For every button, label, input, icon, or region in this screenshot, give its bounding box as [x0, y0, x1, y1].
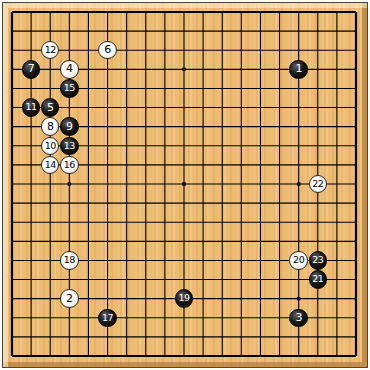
stone-white-20[interactable]: 20: [289, 251, 307, 269]
move-number: 3: [295, 312, 302, 324]
stone-black-11[interactable]: 11: [22, 98, 40, 116]
stone-black-23[interactable]: 23: [309, 251, 327, 269]
stone-black-1[interactable]: 1: [289, 60, 307, 78]
move-number: 16: [64, 160, 75, 171]
stone-black-17[interactable]: 17: [98, 309, 116, 327]
move-number: 23: [312, 255, 323, 266]
stone-white-18[interactable]: 18: [60, 251, 78, 269]
star-point: [68, 182, 71, 185]
stone-black-15[interactable]: 15: [60, 79, 78, 97]
move-number: 22: [312, 179, 323, 190]
move-number: 17: [102, 313, 113, 324]
move-number: 20: [293, 255, 304, 266]
move-number: 10: [45, 141, 56, 152]
move-number: 6: [104, 44, 111, 56]
stone-black-13[interactable]: 13: [60, 137, 78, 155]
move-number: 1: [295, 63, 302, 75]
star-point: [297, 182, 300, 185]
stone-black-5[interactable]: 5: [41, 98, 59, 116]
move-number: 7: [28, 63, 35, 75]
move-number: 9: [66, 121, 73, 133]
star-point: [182, 182, 185, 185]
star-point: [182, 68, 185, 71]
move-number: 4: [66, 63, 73, 75]
stone-black-3[interactable]: 3: [289, 309, 307, 327]
go-board[interactable]: 1234567891011121314151617181920212223: [2, 2, 368, 368]
move-number: 14: [45, 160, 56, 171]
move-number: 5: [47, 102, 54, 114]
stone-white-4[interactable]: 4: [60, 60, 78, 78]
move-number: 12: [45, 45, 56, 56]
move-number: 11: [26, 102, 37, 113]
move-number: 15: [64, 83, 75, 94]
stone-black-9[interactable]: 9: [60, 117, 78, 135]
move-number: 2: [66, 293, 73, 305]
stone-white-2[interactable]: 2: [60, 289, 78, 307]
move-number: 13: [64, 141, 75, 152]
move-number: 19: [178, 293, 189, 304]
stone-white-6[interactable]: 6: [98, 41, 116, 59]
move-number: 21: [312, 274, 323, 285]
move-number: 18: [64, 255, 75, 266]
go-diagram-page: 1234567891011121314151617181920212223: [0, 0, 370, 370]
stone-black-21[interactable]: 21: [309, 270, 327, 288]
stone-black-7[interactable]: 7: [22, 60, 40, 78]
stone-black-19[interactable]: 19: [175, 289, 193, 307]
stone-white-16[interactable]: 16: [60, 156, 78, 174]
stone-white-22[interactable]: 22: [309, 175, 327, 193]
star-point: [297, 297, 300, 300]
move-number: 8: [47, 121, 54, 133]
